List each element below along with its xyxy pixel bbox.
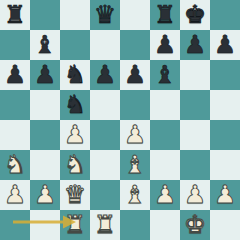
square-f1[interactable]	[150, 210, 180, 240]
square-a1[interactable]	[0, 210, 30, 240]
square-f4[interactable]	[150, 120, 180, 150]
piece-black-bishop-f6[interactable]: ♝	[154, 60, 176, 90]
square-e2[interactable]: ♝	[120, 180, 150, 210]
piece-black-pawn-g7[interactable]: ♟	[184, 30, 206, 60]
square-a8[interactable]: ♜	[0, 0, 30, 30]
square-g8[interactable]: ♚	[180, 0, 210, 30]
square-e1[interactable]	[120, 210, 150, 240]
square-g5[interactable]	[180, 90, 210, 120]
square-d7[interactable]	[90, 30, 120, 60]
piece-white-pawn-f2[interactable]: ♟	[154, 180, 176, 210]
piece-black-pawn-b6[interactable]: ♟	[34, 60, 56, 90]
square-c5[interactable]: ♞	[60, 90, 90, 120]
square-g7[interactable]: ♟	[180, 30, 210, 60]
square-d1[interactable]: ♜	[90, 210, 120, 240]
square-c8[interactable]	[60, 0, 90, 30]
square-d2[interactable]	[90, 180, 120, 210]
square-f6[interactable]: ♝	[150, 60, 180, 90]
piece-white-knight-c3[interactable]: ♞	[64, 150, 86, 180]
piece-white-pawn-b2[interactable]: ♟	[34, 180, 56, 210]
piece-black-rook-a8[interactable]: ♜	[4, 0, 26, 30]
chess-board: ♜♛♜♚♝♟♟♟♟♟♞♟♟♝♞♟♟♞♞♝♟♟♛♝♟♟♟♜♜♚	[0, 0, 240, 240]
square-e7[interactable]	[120, 30, 150, 60]
piece-black-king-g8[interactable]: ♚	[184, 0, 206, 30]
square-c1[interactable]: ♜	[60, 210, 90, 240]
square-d5[interactable]	[90, 90, 120, 120]
square-f7[interactable]: ♟	[150, 30, 180, 60]
square-a4[interactable]	[0, 120, 30, 150]
square-a7[interactable]	[0, 30, 30, 60]
piece-white-rook-d1[interactable]: ♜	[94, 210, 116, 240]
piece-black-pawn-e6[interactable]: ♟	[124, 60, 146, 90]
piece-white-knight-a3[interactable]: ♞	[4, 150, 26, 180]
square-f5[interactable]	[150, 90, 180, 120]
square-a6[interactable]: ♟	[0, 60, 30, 90]
square-h4[interactable]	[210, 120, 240, 150]
piece-white-pawn-c4[interactable]: ♟	[64, 120, 86, 150]
piece-black-pawn-d6[interactable]: ♟	[94, 60, 116, 90]
square-b8[interactable]	[30, 0, 60, 30]
square-f3[interactable]	[150, 150, 180, 180]
piece-white-pawn-a2[interactable]: ♟	[4, 180, 26, 210]
square-e3[interactable]: ♝	[120, 150, 150, 180]
square-f8[interactable]: ♜	[150, 0, 180, 30]
square-b7[interactable]: ♝	[30, 30, 60, 60]
square-b3[interactable]	[30, 150, 60, 180]
square-h6[interactable]	[210, 60, 240, 90]
square-b6[interactable]: ♟	[30, 60, 60, 90]
square-e5[interactable]	[120, 90, 150, 120]
piece-black-pawn-h7[interactable]: ♟	[214, 30, 236, 60]
square-g2[interactable]: ♟	[180, 180, 210, 210]
square-e8[interactable]	[120, 0, 150, 30]
square-h1[interactable]	[210, 210, 240, 240]
piece-white-pawn-h2[interactable]: ♟	[214, 180, 236, 210]
square-g4[interactable]	[180, 120, 210, 150]
square-b4[interactable]	[30, 120, 60, 150]
piece-black-pawn-a6[interactable]: ♟	[4, 60, 26, 90]
square-d8[interactable]: ♛	[90, 0, 120, 30]
piece-black-knight-c6[interactable]: ♞	[64, 60, 86, 90]
square-c4[interactable]: ♟	[60, 120, 90, 150]
piece-white-bishop-e2[interactable]: ♝	[124, 180, 146, 210]
square-g3[interactable]	[180, 150, 210, 180]
piece-white-king-g1[interactable]: ♚	[184, 210, 206, 240]
piece-white-queen-c2[interactable]: ♛	[64, 180, 86, 210]
square-b5[interactable]	[30, 90, 60, 120]
square-g6[interactable]	[180, 60, 210, 90]
square-h8[interactable]	[210, 0, 240, 30]
square-c3[interactable]: ♞	[60, 150, 90, 180]
square-b1[interactable]	[30, 210, 60, 240]
piece-black-bishop-b7[interactable]: ♝	[34, 30, 56, 60]
square-a3[interactable]: ♞	[0, 150, 30, 180]
square-c2[interactable]: ♛	[60, 180, 90, 210]
square-d6[interactable]: ♟	[90, 60, 120, 90]
square-d4[interactable]	[90, 120, 120, 150]
piece-white-pawn-e4[interactable]: ♟	[124, 120, 146, 150]
piece-white-rook-c1[interactable]: ♜	[64, 210, 86, 240]
square-h7[interactable]: ♟	[210, 30, 240, 60]
square-b2[interactable]: ♟	[30, 180, 60, 210]
square-a2[interactable]: ♟	[0, 180, 30, 210]
square-a5[interactable]	[0, 90, 30, 120]
square-f2[interactable]: ♟	[150, 180, 180, 210]
square-c6[interactable]: ♞	[60, 60, 90, 90]
piece-white-bishop-e3[interactable]: ♝	[124, 150, 146, 180]
square-e4[interactable]: ♟	[120, 120, 150, 150]
piece-black-rook-f8[interactable]: ♜	[154, 0, 176, 30]
piece-white-pawn-g2[interactable]: ♟	[184, 180, 206, 210]
piece-black-knight-c5[interactable]: ♞	[64, 90, 86, 120]
square-e6[interactable]: ♟	[120, 60, 150, 90]
square-h2[interactable]: ♟	[210, 180, 240, 210]
square-c7[interactable]	[60, 30, 90, 60]
square-g1[interactable]: ♚	[180, 210, 210, 240]
piece-black-pawn-f7[interactable]: ♟	[154, 30, 176, 60]
square-d3[interactable]	[90, 150, 120, 180]
square-h3[interactable]	[210, 150, 240, 180]
piece-black-queen-d8[interactable]: ♛	[94, 0, 116, 30]
square-h5[interactable]	[210, 90, 240, 120]
